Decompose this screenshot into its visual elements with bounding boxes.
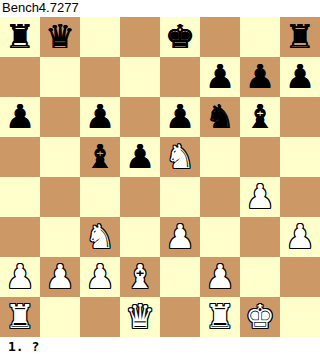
piece-white-knight: ♞ [80, 217, 120, 257]
move-prompt: 1. ? [0, 337, 320, 360]
square-b4[interactable] [40, 177, 80, 217]
square-d5[interactable]: ♟ [120, 137, 160, 177]
square-b7[interactable] [40, 57, 80, 97]
square-c4[interactable] [80, 177, 120, 217]
square-g4[interactable]: ♟ [240, 177, 280, 217]
square-h1[interactable] [280, 297, 320, 337]
square-f8[interactable] [200, 17, 240, 57]
square-f7[interactable]: ♟ [200, 57, 240, 97]
piece-black-bishop: ♝ [80, 137, 120, 177]
piece-white-knight: ♞ [160, 137, 200, 177]
square-e5[interactable]: ♞ [160, 137, 200, 177]
square-b8[interactable]: ♛ [40, 17, 80, 57]
square-d1[interactable]: ♛ [120, 297, 160, 337]
square-g6[interactable]: ♝ [240, 97, 280, 137]
square-g1[interactable]: ♚ [240, 297, 280, 337]
square-h8[interactable]: ♜ [280, 17, 320, 57]
square-d4[interactable] [120, 177, 160, 217]
square-b6[interactable] [40, 97, 80, 137]
piece-white-rook: ♜ [200, 297, 240, 337]
square-d6[interactable] [120, 97, 160, 137]
square-g7[interactable]: ♟ [240, 57, 280, 97]
piece-black-knight: ♞ [200, 97, 240, 137]
square-b3[interactable] [40, 217, 80, 257]
square-a5[interactable] [0, 137, 40, 177]
piece-white-king: ♚ [240, 297, 280, 337]
square-e7[interactable] [160, 57, 200, 97]
square-g3[interactable] [240, 217, 280, 257]
square-c7[interactable] [80, 57, 120, 97]
window-title: Bench4.7277 [0, 0, 320, 17]
square-a2[interactable]: ♟ [0, 257, 40, 297]
square-d7[interactable] [120, 57, 160, 97]
square-a1[interactable]: ♜ [0, 297, 40, 337]
square-d2[interactable]: ♝ [120, 257, 160, 297]
square-g2[interactable] [240, 257, 280, 297]
square-f3[interactable] [200, 217, 240, 257]
square-e2[interactable] [160, 257, 200, 297]
square-g8[interactable] [240, 17, 280, 57]
square-c8[interactable] [80, 17, 120, 57]
square-h6[interactable] [280, 97, 320, 137]
square-c3[interactable]: ♞ [80, 217, 120, 257]
piece-white-pawn: ♟ [160, 217, 200, 257]
square-b1[interactable] [40, 297, 80, 337]
piece-black-rook: ♜ [280, 17, 320, 57]
square-h7[interactable]: ♟ [280, 57, 320, 97]
square-a4[interactable] [0, 177, 40, 217]
piece-black-pawn: ♟ [160, 97, 200, 137]
square-a8[interactable]: ♜ [0, 17, 40, 57]
piece-black-bishop: ♝ [240, 97, 280, 137]
piece-black-pawn: ♟ [120, 137, 160, 177]
square-f4[interactable] [200, 177, 240, 217]
piece-black-queen: ♛ [40, 17, 80, 57]
square-c2[interactable]: ♟ [80, 257, 120, 297]
piece-white-bishop: ♝ [120, 257, 160, 297]
square-e6[interactable]: ♟ [160, 97, 200, 137]
square-c5[interactable]: ♝ [80, 137, 120, 177]
piece-black-pawn: ♟ [80, 97, 120, 137]
square-h4[interactable] [280, 177, 320, 217]
piece-white-pawn: ♟ [80, 257, 120, 297]
square-a6[interactable]: ♟ [0, 97, 40, 137]
square-a3[interactable] [0, 217, 40, 257]
square-b2[interactable]: ♟ [40, 257, 80, 297]
piece-black-pawn: ♟ [240, 57, 280, 97]
square-f1[interactable]: ♜ [200, 297, 240, 337]
square-d3[interactable] [120, 217, 160, 257]
square-e8[interactable]: ♚ [160, 17, 200, 57]
square-a7[interactable] [0, 57, 40, 97]
piece-black-king: ♚ [160, 17, 200, 57]
piece-black-pawn: ♟ [0, 97, 40, 137]
square-e3[interactable]: ♟ [160, 217, 200, 257]
square-f5[interactable] [200, 137, 240, 177]
square-b5[interactable] [40, 137, 80, 177]
square-f2[interactable]: ♟ [200, 257, 240, 297]
square-h3[interactable]: ♟ [280, 217, 320, 257]
square-h2[interactable] [280, 257, 320, 297]
piece-white-pawn: ♟ [240, 177, 280, 217]
square-d8[interactable] [120, 17, 160, 57]
piece-black-rook: ♜ [0, 17, 40, 57]
square-h5[interactable] [280, 137, 320, 177]
piece-white-pawn: ♟ [200, 257, 240, 297]
piece-white-pawn: ♟ [40, 257, 80, 297]
square-c6[interactable]: ♟ [80, 97, 120, 137]
square-f6[interactable]: ♞ [200, 97, 240, 137]
piece-white-queen: ♛ [120, 297, 160, 337]
square-e1[interactable] [160, 297, 200, 337]
piece-white-pawn: ♟ [280, 217, 320, 257]
square-c1[interactable] [80, 297, 120, 337]
square-e4[interactable] [160, 177, 200, 217]
piece-black-pawn: ♟ [280, 57, 320, 97]
piece-white-rook: ♜ [0, 297, 40, 337]
square-g5[interactable] [240, 137, 280, 177]
piece-white-pawn: ♟ [0, 257, 40, 297]
piece-black-pawn: ♟ [200, 57, 240, 97]
chess-board: ♜♛♚♜♟♟♟♟♟♟♞♝♝♟♞♟♞♟♟♟♟♟♝♟♜♛♜♚ [0, 17, 320, 337]
